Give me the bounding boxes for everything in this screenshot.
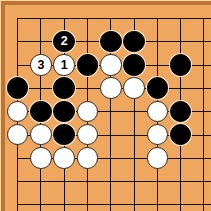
intersection bbox=[99, 76, 122, 99]
intersection bbox=[99, 146, 122, 169]
intersection bbox=[53, 146, 76, 169]
intersection: 2 bbox=[53, 30, 76, 53]
black-stone bbox=[7, 77, 29, 99]
white-stone bbox=[147, 124, 169, 146]
intersection bbox=[6, 193, 29, 211]
intersection bbox=[76, 170, 99, 193]
intersection bbox=[76, 100, 99, 123]
intersection bbox=[99, 30, 122, 53]
intersection bbox=[76, 53, 99, 76]
black-stone bbox=[100, 31, 122, 53]
intersection bbox=[192, 30, 211, 53]
intersection bbox=[6, 53, 29, 76]
go-diagram: 231 bbox=[0, 0, 211, 211]
black-stone bbox=[170, 54, 192, 76]
intersection bbox=[169, 30, 192, 53]
intersection bbox=[146, 7, 169, 30]
intersection bbox=[6, 146, 29, 169]
intersection bbox=[6, 100, 29, 123]
intersection bbox=[53, 7, 76, 30]
intersection bbox=[192, 146, 211, 169]
black-stone bbox=[77, 54, 99, 76]
intersection bbox=[169, 100, 192, 123]
intersection bbox=[53, 76, 76, 99]
intersection bbox=[6, 123, 29, 146]
white-stone bbox=[100, 54, 122, 76]
intersection bbox=[122, 7, 145, 30]
intersection bbox=[99, 100, 122, 123]
black-stone bbox=[123, 54, 145, 76]
white-stone-move-1: 1 bbox=[53, 54, 75, 76]
intersection bbox=[76, 193, 99, 211]
intersection bbox=[122, 53, 145, 76]
intersection bbox=[122, 123, 145, 146]
intersection bbox=[29, 7, 52, 30]
white-stone bbox=[30, 124, 52, 146]
intersection bbox=[169, 193, 192, 211]
intersection bbox=[169, 53, 192, 76]
board-edge-bevel: 231 bbox=[1, 1, 211, 211]
intersection bbox=[6, 170, 29, 193]
black-stone bbox=[53, 101, 75, 123]
board-outer-highlight: 231 bbox=[0, 0, 211, 211]
intersection bbox=[76, 76, 99, 99]
intersection bbox=[29, 170, 52, 193]
intersection bbox=[122, 170, 145, 193]
black-stone bbox=[170, 101, 192, 123]
intersection bbox=[146, 170, 169, 193]
white-stone bbox=[100, 77, 122, 99]
intersection: 1 bbox=[53, 53, 76, 76]
intersection bbox=[146, 53, 169, 76]
intersection bbox=[122, 30, 145, 53]
intersection bbox=[29, 123, 52, 146]
intersection bbox=[146, 123, 169, 146]
intersection bbox=[76, 123, 99, 146]
white-stone bbox=[147, 101, 169, 123]
white-stone bbox=[7, 124, 29, 146]
intersection bbox=[29, 100, 52, 123]
intersection bbox=[6, 76, 29, 99]
white-stone bbox=[77, 101, 99, 123]
black-stone bbox=[53, 77, 75, 99]
intersection bbox=[29, 30, 52, 53]
intersection bbox=[169, 76, 192, 99]
intersection bbox=[6, 7, 29, 30]
intersection bbox=[122, 146, 145, 169]
white-stone bbox=[7, 101, 29, 123]
intersection bbox=[6, 30, 29, 53]
intersection: 3 bbox=[29, 53, 52, 76]
intersection bbox=[122, 100, 145, 123]
intersection bbox=[192, 7, 211, 30]
white-stone bbox=[53, 147, 75, 169]
intersection bbox=[169, 7, 192, 30]
board-field: 231 bbox=[5, 5, 211, 211]
intersection bbox=[146, 146, 169, 169]
white-stone bbox=[147, 147, 169, 169]
intersection bbox=[99, 193, 122, 211]
intersection bbox=[99, 7, 122, 30]
intersection bbox=[146, 76, 169, 99]
black-stone bbox=[123, 31, 145, 53]
intersection bbox=[76, 30, 99, 53]
intersection bbox=[53, 193, 76, 211]
black-stone bbox=[53, 124, 75, 146]
intersection bbox=[29, 76, 52, 99]
white-stone bbox=[77, 147, 99, 169]
stone-layer: 231 bbox=[6, 7, 211, 211]
black-stone-move-2: 2 bbox=[53, 31, 75, 53]
intersection bbox=[99, 123, 122, 146]
intersection bbox=[169, 146, 192, 169]
intersection bbox=[192, 193, 211, 211]
intersection bbox=[99, 170, 122, 193]
intersection bbox=[146, 30, 169, 53]
intersection bbox=[53, 100, 76, 123]
intersection bbox=[99, 53, 122, 76]
black-stone bbox=[147, 77, 169, 99]
intersection bbox=[76, 7, 99, 30]
intersection bbox=[76, 146, 99, 169]
intersection bbox=[192, 170, 211, 193]
white-stone bbox=[123, 77, 145, 99]
intersection bbox=[29, 193, 52, 211]
intersection bbox=[122, 193, 145, 211]
intersection bbox=[192, 76, 211, 99]
white-stone bbox=[30, 147, 52, 169]
intersection bbox=[29, 146, 52, 169]
intersection bbox=[192, 53, 211, 76]
intersection bbox=[146, 193, 169, 211]
white-stone bbox=[77, 124, 99, 146]
intersection bbox=[169, 123, 192, 146]
intersection bbox=[122, 76, 145, 99]
black-stone bbox=[30, 101, 52, 123]
intersection bbox=[53, 170, 76, 193]
intersection bbox=[192, 123, 211, 146]
intersection bbox=[53, 123, 76, 146]
intersection bbox=[146, 100, 169, 123]
black-stone bbox=[170, 124, 192, 146]
intersection bbox=[169, 170, 192, 193]
intersection bbox=[192, 100, 211, 123]
white-stone-move-3: 3 bbox=[30, 54, 52, 76]
